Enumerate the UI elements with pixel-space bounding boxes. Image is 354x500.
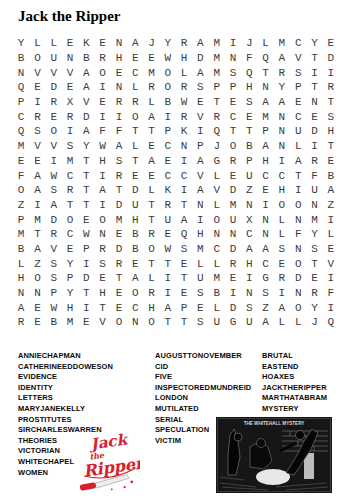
grid-cell-r14c5: W bbox=[78, 227, 94, 242]
grid-cell-r14c17: L bbox=[274, 227, 290, 242]
grid-cell-r12c5: T bbox=[78, 198, 94, 213]
grid-cell-r19c20: I bbox=[323, 300, 339, 315]
grid-cell-r10c3: W bbox=[46, 168, 62, 183]
grid-cell-r20c12: S bbox=[192, 315, 208, 330]
grid-cell-r4c10: O bbox=[160, 80, 176, 95]
grid-cell-r19c9: H bbox=[143, 300, 159, 315]
grid-cell-r9c4: M bbox=[62, 154, 78, 169]
grid-cell-r5c13: T bbox=[209, 95, 225, 110]
grid-cell-r3c8: C bbox=[127, 65, 143, 80]
grid-cell-r9c15: P bbox=[241, 154, 257, 169]
grid-cell-r3c15: Q bbox=[241, 65, 257, 80]
illustration-caption: THE WHITEHALL MYSTERY bbox=[244, 421, 305, 426]
grid-cell-r6c6: I bbox=[94, 109, 110, 124]
word-list-item: EASTEND bbox=[262, 362, 327, 373]
grid-cell-r7c11: K bbox=[176, 124, 192, 139]
grid-cell-r9c9: A bbox=[143, 154, 159, 169]
grid-cell-r3c2: V bbox=[29, 65, 45, 80]
grid-cell-r13c18: N bbox=[290, 212, 306, 227]
grid-cell-r18c15: N bbox=[241, 286, 257, 301]
grid-cell-r18c20: F bbox=[323, 286, 339, 301]
grid-cell-r12c17: O bbox=[274, 198, 290, 213]
grid-cell-r2c14: N bbox=[225, 51, 241, 66]
grid-cell-r17c1: H bbox=[13, 271, 29, 286]
grid-cell-r20c17: L bbox=[274, 315, 290, 330]
grid-cell-r3c13: M bbox=[209, 65, 225, 80]
grid-cell-r9c16: H bbox=[257, 154, 273, 169]
word-list-item: MUTILATED bbox=[155, 404, 251, 415]
grid-cell-r2c13: M bbox=[209, 51, 225, 66]
grid-cell-r9c1: E bbox=[13, 154, 29, 169]
grid-cell-r18c12: S bbox=[192, 286, 208, 301]
grid-cell-r3c5: A bbox=[78, 65, 94, 80]
grid-cell-r1c17: M bbox=[274, 36, 290, 51]
grid-cell-r14c2: T bbox=[29, 227, 45, 242]
grid-cell-r16c11: E bbox=[176, 256, 192, 271]
grid-cell-r6c8: O bbox=[127, 109, 143, 124]
word-list-item: PROSTITUTES bbox=[18, 415, 113, 426]
grid-cell-r18c13: B bbox=[209, 286, 225, 301]
whitehall-mystery-illustration: THE WHITEHALL MYSTERY bbox=[216, 417, 332, 493]
grid-cell-r11c5: T bbox=[78, 183, 94, 198]
grid-cell-r12c20: Z bbox=[323, 198, 339, 213]
grid-cell-r9c18: A bbox=[290, 154, 306, 169]
grid-cell-r2c16: Q bbox=[257, 51, 273, 66]
grid-cell-r8c18: L bbox=[290, 139, 306, 154]
grid-cell-r5c5: V bbox=[78, 95, 94, 110]
grid-cell-r7c10: P bbox=[160, 124, 176, 139]
grid-cell-r20c15: U bbox=[241, 315, 257, 330]
grid-cell-r20c7: O bbox=[111, 315, 127, 330]
grid-cell-r12c11: T bbox=[176, 198, 192, 213]
grid-cell-r17c7: T bbox=[111, 271, 127, 286]
grid-cell-r14c7: E bbox=[111, 227, 127, 242]
grid-cell-r4c9: R bbox=[143, 80, 159, 95]
grid-cell-r4c3: D bbox=[46, 80, 62, 95]
grid-cell-r20c4: M bbox=[62, 315, 78, 330]
grid-cell-r19c18: O bbox=[290, 300, 306, 315]
grid-cell-r15c10: W bbox=[160, 242, 176, 257]
grid-cell-r7c1: Q bbox=[13, 124, 29, 139]
grid-cell-r16c6: S bbox=[94, 256, 110, 271]
grid-cell-r7c3: O bbox=[46, 124, 62, 139]
grid-cell-r12c12: N bbox=[192, 198, 208, 213]
word-list-item: ANNIECHAPMAN bbox=[18, 351, 113, 362]
grid-cell-r20c14: G bbox=[225, 315, 241, 330]
grid-cell-r17c11: T bbox=[176, 271, 192, 286]
grid-cell-r19c7: E bbox=[111, 300, 127, 315]
grid-cell-r7c17: N bbox=[274, 124, 290, 139]
grid-cell-r11c17: H bbox=[274, 183, 290, 198]
grid-cell-r14c4: C bbox=[62, 227, 78, 242]
grid-cell-r10c12: V bbox=[192, 168, 208, 183]
grid-cell-r4c8: L bbox=[127, 80, 143, 95]
grid-cell-r6c1: C bbox=[13, 109, 29, 124]
grid-cell-r9c14: R bbox=[225, 154, 241, 169]
grid-cell-r3c11: L bbox=[176, 65, 192, 80]
grid-cell-r15c17: S bbox=[274, 242, 290, 257]
grid-cell-r2c4: N bbox=[62, 51, 78, 66]
grid-cell-r19c14: D bbox=[225, 300, 241, 315]
grid-cell-r18c19: R bbox=[306, 286, 322, 301]
grid-cell-r1c20: E bbox=[323, 36, 339, 51]
grid-cell-r4c11: R bbox=[176, 80, 192, 95]
grid-cell-r3c1: N bbox=[13, 65, 29, 80]
word-list-item: MARYJANEKELLY bbox=[18, 404, 113, 415]
grid-cell-r19c1: A bbox=[13, 300, 29, 315]
grid-cell-r6c7: I bbox=[111, 109, 127, 124]
grid-cell-r8c13: J bbox=[209, 139, 225, 154]
grid-cell-r15c18: N bbox=[290, 242, 306, 257]
grid-cell-r16c13: L bbox=[209, 256, 225, 271]
grid-cell-r8c7: A bbox=[111, 139, 127, 154]
grid-cell-r18c4: Y bbox=[62, 286, 78, 301]
grid-cell-r16c10: T bbox=[160, 256, 176, 271]
word-list-column-3: BRUTALEASTENDHOAXESJACKTHERIPPERMARTHATA… bbox=[262, 351, 327, 415]
grid-cell-r12c15: N bbox=[241, 198, 257, 213]
grid-cell-r9c5: T bbox=[78, 154, 94, 169]
grid-cell-r14c6: N bbox=[94, 227, 110, 242]
grid-cell-r7c18: U bbox=[290, 124, 306, 139]
grid-cell-r10c2: A bbox=[29, 168, 45, 183]
grid-cell-r4c14: P bbox=[225, 80, 241, 95]
grid-cell-r13c20: I bbox=[323, 212, 339, 227]
grid-cell-r4c13: P bbox=[209, 80, 225, 95]
grid-cell-r20c10: T bbox=[160, 315, 176, 330]
grid-cell-r7c8: T bbox=[127, 124, 143, 139]
grid-cell-r10c13: L bbox=[209, 168, 225, 183]
grid-cell-r8c12: P bbox=[192, 139, 208, 154]
word-list-item: LETTERS bbox=[18, 393, 113, 404]
word-list-item: CATHERINEEDDOWESON bbox=[18, 362, 113, 373]
grid-cell-r13c12: I bbox=[192, 212, 208, 227]
grid-cell-r8c14: O bbox=[225, 139, 241, 154]
grid-cell-r9c8: T bbox=[127, 154, 143, 169]
grid-cell-r11c1: O bbox=[13, 183, 29, 198]
grid-cell-r11c16: E bbox=[257, 183, 273, 198]
grid-cell-r6c15: E bbox=[241, 109, 257, 124]
grid-cell-r14c16: N bbox=[257, 227, 273, 242]
grid-cell-r11c20: A bbox=[323, 183, 339, 198]
grid-cell-r20c16: A bbox=[257, 315, 273, 330]
grid-cell-r1c16: L bbox=[257, 36, 273, 51]
grid-cell-r1c5: K bbox=[78, 36, 94, 51]
grid-cell-r8c11: N bbox=[176, 139, 192, 154]
grid-cell-r4c16: N bbox=[257, 80, 273, 95]
grid-cell-r15c2: A bbox=[29, 242, 45, 257]
grid-cell-r4c20: R bbox=[323, 80, 339, 95]
grid-cell-r9c10: E bbox=[160, 154, 176, 169]
grid-cell-r5c20: T bbox=[323, 95, 339, 110]
grid-cell-r12c4: T bbox=[62, 198, 78, 213]
grid-cell-r6c17: N bbox=[274, 109, 290, 124]
grid-cell-r5c10: B bbox=[160, 95, 176, 110]
grid-cell-r15c7: D bbox=[111, 242, 127, 257]
grid-cell-r1c14: I bbox=[225, 36, 241, 51]
grid-cell-r2c1: B bbox=[13, 51, 29, 66]
grid-cell-r13c1: P bbox=[13, 212, 29, 227]
grid-cell-r3c7: E bbox=[111, 65, 127, 80]
grid-cell-r20c9: O bbox=[143, 315, 159, 330]
grid-cell-r20c1: R bbox=[13, 315, 29, 330]
grid-cell-r8c1: M bbox=[13, 139, 29, 154]
grid-cell-r7c19: D bbox=[306, 124, 322, 139]
grid-cell-r1c1: Y bbox=[13, 36, 29, 51]
grid-cell-r15c3: V bbox=[46, 242, 62, 257]
page-title: Jack the Ripper bbox=[18, 8, 121, 25]
blood-dot bbox=[132, 466, 135, 469]
grid-cell-r11c4: R bbox=[62, 183, 78, 198]
grid-cell-r6c19: E bbox=[306, 109, 322, 124]
grid-cell-r4c15: H bbox=[241, 80, 257, 95]
grid-cell-r11c7: T bbox=[111, 183, 127, 198]
grid-cell-r3c18: S bbox=[290, 65, 306, 80]
grid-cell-r19c8: C bbox=[127, 300, 143, 315]
grid-cell-r5c17: A bbox=[274, 95, 290, 110]
grid-cell-r3c10: O bbox=[160, 65, 176, 80]
grid-cell-r1c4: E bbox=[62, 36, 78, 51]
grid-cell-r5c2: I bbox=[29, 95, 45, 110]
word-list-item: FIVE bbox=[155, 372, 251, 383]
grid-cell-r18c2: N bbox=[29, 286, 45, 301]
grid-cell-r8c4: S bbox=[62, 139, 78, 154]
grid-cell-r17c5: D bbox=[78, 271, 94, 286]
grid-cell-r19c10: A bbox=[160, 300, 176, 315]
grid-cell-r9c6: H bbox=[94, 154, 110, 169]
grid-cell-r1c12: A bbox=[192, 36, 208, 51]
grid-cell-r8c6: W bbox=[94, 139, 110, 154]
grid-cell-r13c3: D bbox=[46, 212, 62, 227]
grid-cell-r12c16: I bbox=[257, 198, 273, 213]
grid-cell-r14c3: R bbox=[46, 227, 62, 242]
grid-cell-r19c5: I bbox=[78, 300, 94, 315]
grid-cell-r18c3: P bbox=[46, 286, 62, 301]
grid-cell-r5c1: P bbox=[13, 95, 29, 110]
grid-cell-r8c3: V bbox=[46, 139, 62, 154]
grid-cell-r9c20: E bbox=[323, 154, 339, 169]
white-cloth bbox=[256, 469, 290, 485]
grid-cell-r15c20: E bbox=[323, 242, 339, 257]
grid-cell-r1c10: Y bbox=[160, 36, 176, 51]
word-list-item: JACKTHERIPPER bbox=[262, 383, 327, 394]
grid-cell-r18c16: S bbox=[257, 286, 273, 301]
puzzle-page: Jack the Ripper YLLEKENAJYRAMIJLMCYEBOUN… bbox=[0, 0, 354, 500]
grid-cell-r16c5: I bbox=[78, 256, 94, 271]
grid-cell-r19c16: Z bbox=[257, 300, 273, 315]
grid-cell-r16c14: R bbox=[225, 256, 241, 271]
grid-cell-r8c5: Y bbox=[78, 139, 94, 154]
grid-cell-r6c5: D bbox=[78, 109, 94, 124]
grid-cell-r1c11: R bbox=[176, 36, 192, 51]
grid-cell-r14c12: H bbox=[192, 227, 208, 242]
grid-cell-r3c12: A bbox=[192, 65, 208, 80]
grid-cell-r6c10: I bbox=[160, 109, 176, 124]
grid-cell-r13c7: M bbox=[111, 212, 127, 227]
grid-cell-r2c5: B bbox=[78, 51, 94, 66]
grid-cell-r11c12: A bbox=[192, 183, 208, 198]
grid-cell-r5c14: E bbox=[225, 95, 241, 110]
grid-cell-r18c6: H bbox=[94, 286, 110, 301]
grid-cell-r2c9: E bbox=[143, 51, 159, 66]
grid-cell-r17c20: I bbox=[323, 271, 339, 286]
grid-cell-r7c14: T bbox=[225, 124, 241, 139]
grid-cell-r7c4: I bbox=[62, 124, 78, 139]
grid-cell-r9c7: S bbox=[111, 154, 127, 169]
grid-cell-r19c17: A bbox=[274, 300, 290, 315]
grid-cell-r11c14: D bbox=[225, 183, 241, 198]
grid-cell-r14c10: E bbox=[160, 227, 176, 242]
grid-cell-r12c19: N bbox=[306, 198, 322, 213]
grid-cell-r16c7: R bbox=[111, 256, 127, 271]
grid-cell-r13c11: A bbox=[176, 212, 192, 227]
grid-cell-r2c18: V bbox=[290, 51, 306, 66]
grid-cell-r15c12: M bbox=[192, 242, 208, 257]
grid-cell-r15c9: O bbox=[143, 242, 159, 257]
grid-cell-r17c16: G bbox=[257, 271, 273, 286]
grid-cell-r7c6: F bbox=[94, 124, 110, 139]
grid-cell-r7c16: P bbox=[257, 124, 273, 139]
grid-cell-r10c11: C bbox=[176, 168, 192, 183]
grid-cell-r17c15: I bbox=[241, 271, 257, 286]
grid-cell-r12c18: O bbox=[290, 198, 306, 213]
word-list-item: CID bbox=[155, 362, 251, 373]
grid-cell-r1c19: Y bbox=[306, 36, 322, 51]
word-list-item: HOAXES bbox=[262, 372, 327, 383]
grid-cell-r3c9: M bbox=[143, 65, 159, 80]
word-search-grid: YLLEKENAJYRAMIJLMCYEBOUNBRHEEWHDMNFQAVTD… bbox=[13, 36, 339, 330]
grid-cell-r8c20: T bbox=[323, 139, 339, 154]
grid-cell-r5c11: W bbox=[176, 95, 192, 110]
grid-cell-r2c3: U bbox=[46, 51, 62, 66]
grid-cell-r16c16: C bbox=[257, 256, 273, 271]
grid-cell-r4c18: P bbox=[290, 80, 306, 95]
grid-cell-r11c3: S bbox=[46, 183, 62, 198]
grid-cell-r6c11: R bbox=[176, 109, 192, 124]
grid-cell-r7c20: H bbox=[323, 124, 339, 139]
grid-cell-r17c14: E bbox=[225, 271, 241, 286]
grid-cell-r3c20: I bbox=[323, 65, 339, 80]
grid-cell-r2c7: H bbox=[111, 51, 127, 66]
grid-cell-r19c3: W bbox=[46, 300, 62, 315]
grid-cell-r2c10: W bbox=[160, 51, 176, 66]
grid-cell-r4c5: A bbox=[78, 80, 94, 95]
grid-cell-r2c6: R bbox=[94, 51, 110, 66]
grid-cell-r17c19: E bbox=[306, 271, 322, 286]
grid-cell-r15c11: S bbox=[176, 242, 192, 257]
grid-cell-r12c7: D bbox=[111, 198, 127, 213]
grid-cell-r7c9: T bbox=[143, 124, 159, 139]
grid-cell-r18c1: N bbox=[13, 286, 29, 301]
grid-cell-r10c19: F bbox=[306, 168, 322, 183]
grid-cell-r18c7: E bbox=[111, 286, 127, 301]
grid-cell-r14c9: R bbox=[143, 227, 159, 242]
grid-cell-r16c20: V bbox=[323, 256, 339, 271]
grid-cell-r10c17: C bbox=[274, 168, 290, 183]
grid-cell-r1c8: A bbox=[127, 36, 143, 51]
word-list-item: EVIDENCE bbox=[18, 372, 113, 383]
grid-cell-r11c8: D bbox=[127, 183, 143, 198]
grid-cell-r13c5: E bbox=[78, 212, 94, 227]
grid-cell-r12c3: A bbox=[46, 198, 62, 213]
grid-cell-r20c5: E bbox=[78, 315, 94, 330]
grid-cell-r6c16: M bbox=[257, 109, 273, 124]
grid-cell-r10c15: U bbox=[241, 168, 257, 183]
grid-cell-r13c2: M bbox=[29, 212, 45, 227]
grid-cell-r12c10: R bbox=[160, 198, 176, 213]
grid-cell-r9c11: I bbox=[176, 154, 192, 169]
grid-cell-r20c18: L bbox=[290, 315, 306, 330]
grid-cell-r15c14: D bbox=[225, 242, 241, 257]
grid-cell-r17c6: E bbox=[94, 271, 110, 286]
grid-cell-r10c1: F bbox=[13, 168, 29, 183]
grid-cell-r13c14: U bbox=[225, 212, 241, 227]
grid-cell-r14c1: M bbox=[13, 227, 29, 242]
grid-cell-r1c15: J bbox=[241, 36, 257, 51]
grid-cell-r2c15: F bbox=[241, 51, 257, 66]
grid-cell-r17c9: L bbox=[143, 271, 159, 286]
grid-cell-r16c1: L bbox=[13, 256, 29, 271]
grid-cell-r10c9: E bbox=[143, 168, 159, 183]
grid-cell-r3c16: T bbox=[257, 65, 273, 80]
word-list-item: MARTHATABRAM bbox=[262, 393, 327, 404]
grid-cell-r12c8: U bbox=[127, 198, 143, 213]
grid-cell-r13c6: O bbox=[94, 212, 110, 227]
grid-cell-r9c12: A bbox=[192, 154, 208, 169]
grid-cell-r19c19: Y bbox=[306, 300, 322, 315]
word-list-item: INSPECTOREDMUNDREID bbox=[155, 383, 251, 394]
grid-cell-r4c7: N bbox=[111, 80, 127, 95]
grid-cell-r8c16: A bbox=[257, 139, 273, 154]
grid-cell-r10c14: E bbox=[225, 168, 241, 183]
word-list-item: BRUTAL bbox=[262, 351, 327, 362]
grid-cell-r16c15: H bbox=[241, 256, 257, 271]
grid-cell-r13c19: M bbox=[306, 212, 322, 227]
grid-cell-r6c13: R bbox=[209, 109, 225, 124]
grid-cell-r16c9: T bbox=[143, 256, 159, 271]
grid-cell-r10c20: B bbox=[323, 168, 339, 183]
grid-cell-r19c12: E bbox=[192, 300, 208, 315]
grid-cell-r7c5: A bbox=[78, 124, 94, 139]
grid-cell-r10c7: R bbox=[111, 168, 127, 183]
grid-cell-r20c11: T bbox=[176, 315, 192, 330]
grid-cell-r8c10: C bbox=[160, 139, 176, 154]
grid-cell-r13c8: H bbox=[127, 212, 143, 227]
grid-cell-r6c12: V bbox=[192, 109, 208, 124]
grid-cell-r5c15: S bbox=[241, 95, 257, 110]
grid-cell-r9c17: I bbox=[274, 154, 290, 169]
grid-cell-r18c10: I bbox=[160, 286, 176, 301]
grid-cell-r19c2: E bbox=[29, 300, 45, 315]
grid-cell-r3c14: S bbox=[225, 65, 241, 80]
grid-cell-r18c9: R bbox=[143, 286, 159, 301]
grid-cell-r8c2: V bbox=[29, 139, 45, 154]
grid-cell-r14c19: Y bbox=[306, 227, 322, 242]
grid-cell-r19c4: H bbox=[62, 300, 78, 315]
grid-cell-r9c3: I bbox=[46, 154, 62, 169]
grid-cell-r11c10: K bbox=[160, 183, 176, 198]
grid-cell-r12c14: M bbox=[225, 198, 241, 213]
grid-cell-r12c1: Z bbox=[13, 198, 29, 213]
grid-cell-r15c1: B bbox=[13, 242, 29, 257]
grid-cell-r18c17: I bbox=[274, 286, 290, 301]
grid-cell-r4c6: I bbox=[94, 80, 110, 95]
grid-cell-r10c16: C bbox=[257, 168, 273, 183]
grid-cell-r2c20: D bbox=[323, 51, 339, 66]
grid-cell-r15c13: C bbox=[209, 242, 225, 257]
grid-cell-r7c13: Q bbox=[209, 124, 225, 139]
grid-cell-r9c13: G bbox=[209, 154, 225, 169]
word-list-item: AUGUSTTONOVEMBER bbox=[155, 351, 251, 362]
